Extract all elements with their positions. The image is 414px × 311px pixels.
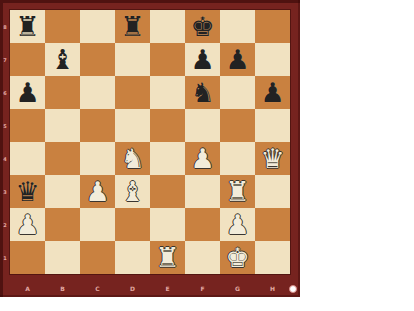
square-d5[interactable] [115, 109, 150, 142]
square-h5[interactable] [255, 109, 290, 142]
rank-label-1: 1 [0, 241, 10, 274]
piece-white-rook: ♜ [225, 175, 249, 208]
square-a6[interactable]: ♟ [10, 76, 45, 109]
chess-board-frame: 87654321 ♜♜♚♝♟♟♟♞♟♞♟♛♛♟♝♜♟♟♜♚ ABCDEFGH [0, 0, 300, 297]
square-c2[interactable] [80, 208, 115, 241]
square-h1[interactable] [255, 241, 290, 274]
square-c5[interactable] [80, 109, 115, 142]
rank-label-3: 3 [0, 175, 10, 208]
piece-black-bishop: ♝ [50, 43, 74, 76]
square-g6[interactable] [220, 76, 255, 109]
square-e3[interactable] [150, 175, 185, 208]
piece-black-rook: ♜ [15, 10, 39, 43]
square-e5[interactable] [150, 109, 185, 142]
square-c1[interactable] [80, 241, 115, 274]
rank-label-2: 2 [0, 208, 10, 241]
square-d2[interactable] [115, 208, 150, 241]
square-d6[interactable] [115, 76, 150, 109]
file-label-d: D [115, 274, 150, 297]
piece-black-knight: ♞ [190, 76, 214, 109]
piece-white-king: ♚ [225, 241, 249, 274]
rank-labels: 87654321 [0, 10, 10, 274]
square-d8[interactable]: ♜ [115, 10, 150, 43]
square-f1[interactable] [185, 241, 220, 274]
square-c6[interactable] [80, 76, 115, 109]
square-f7[interactable]: ♟ [185, 43, 220, 76]
piece-black-rook: ♜ [120, 10, 144, 43]
square-b5[interactable] [45, 109, 80, 142]
rank-label-4: 4 [0, 142, 10, 175]
square-a8[interactable]: ♜ [10, 10, 45, 43]
square-e1[interactable]: ♜ [150, 241, 185, 274]
square-a2[interactable]: ♟ [10, 208, 45, 241]
file-label-e: E [150, 274, 185, 297]
piece-white-queen: ♛ [260, 142, 284, 175]
square-b6[interactable] [45, 76, 80, 109]
square-f5[interactable] [185, 109, 220, 142]
square-e6[interactable] [150, 76, 185, 109]
square-f3[interactable] [185, 175, 220, 208]
square-h8[interactable] [255, 10, 290, 43]
square-a7[interactable] [10, 43, 45, 76]
square-f8[interactable]: ♚ [185, 10, 220, 43]
square-d4[interactable]: ♞ [115, 142, 150, 175]
square-b2[interactable] [45, 208, 80, 241]
square-e2[interactable] [150, 208, 185, 241]
square-d1[interactable] [115, 241, 150, 274]
rank-label-8: 8 [0, 10, 10, 43]
square-a5[interactable] [10, 109, 45, 142]
square-h6[interactable]: ♟ [255, 76, 290, 109]
piece-black-queen: ♛ [15, 175, 39, 208]
file-label-b: B [45, 274, 80, 297]
square-e8[interactable] [150, 10, 185, 43]
square-g5[interactable] [220, 109, 255, 142]
square-f6[interactable]: ♞ [185, 76, 220, 109]
piece-black-pawn: ♟ [190, 43, 214, 76]
square-g8[interactable] [220, 10, 255, 43]
file-label-g: G [220, 274, 255, 297]
square-d7[interactable] [115, 43, 150, 76]
file-label-f: F [185, 274, 220, 297]
piece-black-king: ♚ [190, 10, 214, 43]
square-g1[interactable]: ♚ [220, 241, 255, 274]
square-g3[interactable]: ♜ [220, 175, 255, 208]
piece-white-knight: ♞ [120, 142, 144, 175]
square-c7[interactable] [80, 43, 115, 76]
square-e4[interactable] [150, 142, 185, 175]
square-f2[interactable] [185, 208, 220, 241]
square-h4[interactable]: ♛ [255, 142, 290, 175]
square-d3[interactable]: ♝ [115, 175, 150, 208]
square-b4[interactable] [45, 142, 80, 175]
file-label-h: H [255, 274, 290, 297]
square-g2[interactable]: ♟ [220, 208, 255, 241]
square-a4[interactable] [10, 142, 45, 175]
square-h7[interactable] [255, 43, 290, 76]
square-h2[interactable] [255, 208, 290, 241]
square-f4[interactable]: ♟ [185, 142, 220, 175]
piece-black-pawn: ♟ [260, 76, 284, 109]
rank-label-6: 6 [0, 76, 10, 109]
piece-white-bishop: ♝ [120, 175, 144, 208]
square-a1[interactable] [10, 241, 45, 274]
white-to-move-indicator-dot [289, 285, 297, 293]
square-b3[interactable] [45, 175, 80, 208]
page: 87654321 ♜♜♚♝♟♟♟♞♟♞♟♛♛♟♝♜♟♟♜♚ ABCDEFGH [0, 0, 414, 311]
piece-white-rook: ♜ [155, 241, 179, 274]
piece-black-pawn: ♟ [15, 76, 39, 109]
file-labels: ABCDEFGH [10, 274, 290, 297]
piece-black-pawn: ♟ [225, 43, 249, 76]
piece-white-pawn: ♟ [225, 208, 249, 241]
square-c8[interactable] [80, 10, 115, 43]
chess-board: ♜♜♚♝♟♟♟♞♟♞♟♛♛♟♝♜♟♟♜♚ [10, 10, 290, 274]
file-label-c: C [80, 274, 115, 297]
square-a3[interactable]: ♛ [10, 175, 45, 208]
square-b7[interactable]: ♝ [45, 43, 80, 76]
file-label-a: A [10, 274, 45, 297]
piece-white-pawn: ♟ [190, 142, 214, 175]
square-g7[interactable]: ♟ [220, 43, 255, 76]
square-b8[interactable] [45, 10, 80, 43]
square-g4[interactable] [220, 142, 255, 175]
square-e7[interactable] [150, 43, 185, 76]
square-c4[interactable] [80, 142, 115, 175]
square-c3[interactable]: ♟ [80, 175, 115, 208]
piece-white-pawn: ♟ [85, 175, 109, 208]
square-h3[interactable] [255, 175, 290, 208]
piece-white-pawn: ♟ [15, 208, 39, 241]
square-b1[interactable] [45, 241, 80, 274]
rank-label-5: 5 [0, 109, 10, 142]
rank-label-7: 7 [0, 43, 10, 76]
